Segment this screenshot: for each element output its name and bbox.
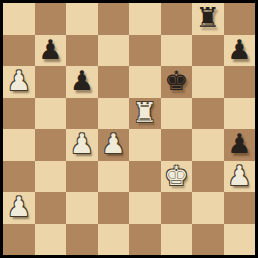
square-b7[interactable]: ♟ — [35, 35, 67, 67]
square-b6[interactable] — [35, 66, 67, 98]
square-e5[interactable]: ♜ — [129, 98, 161, 130]
square-c7[interactable] — [66, 35, 98, 67]
square-b2[interactable] — [35, 192, 67, 224]
square-b3[interactable] — [35, 161, 67, 193]
square-h2[interactable] — [224, 192, 256, 224]
square-d6[interactable] — [98, 66, 130, 98]
square-a4[interactable] — [3, 129, 35, 161]
square-d4[interactable]: ♟ — [98, 129, 130, 161]
square-g1[interactable] — [192, 224, 224, 256]
square-b5[interactable] — [35, 98, 67, 130]
square-e2[interactable] — [129, 192, 161, 224]
square-f2[interactable] — [161, 192, 193, 224]
square-c2[interactable] — [66, 192, 98, 224]
square-g5[interactable] — [192, 98, 224, 130]
board-frame: ♜♟♟♟♟♚♜♟♟♟♚♟♟ — [0, 0, 258, 258]
square-h8[interactable] — [224, 3, 256, 35]
square-a6[interactable]: ♟ — [3, 66, 35, 98]
square-f8[interactable] — [161, 3, 193, 35]
black-rook-g8[interactable]: ♜ — [196, 4, 220, 31]
square-e4[interactable] — [129, 129, 161, 161]
black-king-f6[interactable]: ♚ — [164, 67, 188, 94]
square-a7[interactable] — [3, 35, 35, 67]
black-pawn-b7[interactable]: ♟ — [38, 36, 62, 63]
white-pawn-h3[interactable]: ♟ — [227, 162, 251, 189]
square-g6[interactable] — [192, 66, 224, 98]
square-b8[interactable] — [35, 3, 67, 35]
square-f3[interactable]: ♚ — [161, 161, 193, 193]
square-f1[interactable] — [161, 224, 193, 256]
square-h5[interactable] — [224, 98, 256, 130]
square-a8[interactable] — [3, 3, 35, 35]
black-pawn-h4[interactable]: ♟ — [227, 130, 251, 157]
square-d1[interactable] — [98, 224, 130, 256]
square-a3[interactable] — [3, 161, 35, 193]
square-h7[interactable]: ♟ — [224, 35, 256, 67]
square-d7[interactable] — [98, 35, 130, 67]
square-a2[interactable]: ♟ — [3, 192, 35, 224]
square-c8[interactable] — [66, 3, 98, 35]
white-pawn-c4[interactable]: ♟ — [70, 130, 94, 157]
square-h4[interactable]: ♟ — [224, 129, 256, 161]
square-c6[interactable]: ♟ — [66, 66, 98, 98]
square-c5[interactable] — [66, 98, 98, 130]
square-a1[interactable] — [3, 224, 35, 256]
black-pawn-h7[interactable]: ♟ — [227, 36, 251, 63]
square-e6[interactable] — [129, 66, 161, 98]
black-pawn-c6[interactable]: ♟ — [70, 67, 94, 94]
square-h6[interactable] — [224, 66, 256, 98]
white-pawn-d4[interactable]: ♟ — [101, 130, 125, 157]
square-g8[interactable]: ♜ — [192, 3, 224, 35]
square-f6[interactable]: ♚ — [161, 66, 193, 98]
square-e1[interactable] — [129, 224, 161, 256]
square-b1[interactable] — [35, 224, 67, 256]
square-b4[interactable] — [35, 129, 67, 161]
chess-app-window: ♜♟♟♟♟♚♜♟♟♟♚♟♟ — [0, 0, 258, 258]
square-f7[interactable] — [161, 35, 193, 67]
white-rook-e5[interactable]: ♜ — [133, 99, 157, 126]
square-g4[interactable] — [192, 129, 224, 161]
square-c4[interactable]: ♟ — [66, 129, 98, 161]
square-f5[interactable] — [161, 98, 193, 130]
square-d2[interactable] — [98, 192, 130, 224]
white-king-f3[interactable]: ♚ — [164, 162, 188, 189]
square-a5[interactable] — [3, 98, 35, 130]
square-e8[interactable] — [129, 3, 161, 35]
white-pawn-a2[interactable]: ♟ — [7, 193, 31, 220]
square-g3[interactable] — [192, 161, 224, 193]
square-c3[interactable] — [66, 161, 98, 193]
square-c1[interactable] — [66, 224, 98, 256]
square-h1[interactable] — [224, 224, 256, 256]
square-e7[interactable] — [129, 35, 161, 67]
square-d8[interactable] — [98, 3, 130, 35]
chess-board: ♜♟♟♟♟♚♜♟♟♟♚♟♟ — [3, 3, 255, 255]
square-f4[interactable] — [161, 129, 193, 161]
square-e3[interactable] — [129, 161, 161, 193]
square-d3[interactable] — [98, 161, 130, 193]
square-g2[interactable] — [192, 192, 224, 224]
square-d5[interactable] — [98, 98, 130, 130]
white-pawn-a6[interactable]: ♟ — [7, 67, 31, 94]
square-g7[interactable] — [192, 35, 224, 67]
square-h3[interactable]: ♟ — [224, 161, 256, 193]
